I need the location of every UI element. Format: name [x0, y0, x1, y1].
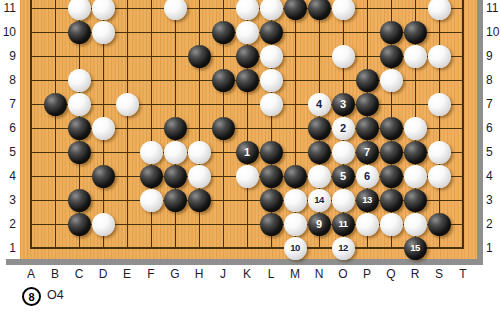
stone-C3: [68, 189, 91, 212]
stone-Q5: [380, 141, 403, 164]
move-number-6: 6: [364, 171, 370, 182]
stone-J8: [212, 69, 235, 92]
col-label-L: L: [262, 267, 280, 281]
stone-N2: 9: [308, 213, 331, 236]
stone-L8: [260, 69, 283, 92]
go-diagram: 11111010998877665544332211ABCDEFGHJKLMNO…: [0, 0, 500, 321]
stone-D11: [92, 0, 115, 20]
grid-line-col-T: [462, 0, 464, 249]
col-label-F: F: [142, 267, 160, 281]
stone-Q3: [380, 189, 403, 212]
stone-P2: [356, 213, 379, 236]
stone-L11: [260, 0, 283, 20]
stone-N6: [308, 117, 331, 140]
row-label-right-6: 6: [486, 121, 500, 135]
row-label-left-3: 3: [0, 193, 16, 207]
move-number-13: 13: [362, 195, 372, 205]
stone-H4: [188, 165, 211, 188]
grid-line-col-E: [127, 0, 128, 249]
stone-P3: 13: [356, 189, 379, 212]
col-label-E: E: [118, 267, 136, 281]
row-label-right-4: 4: [486, 169, 500, 183]
stone-C2: [68, 213, 91, 236]
move-number-5: 5: [340, 171, 346, 182]
row-label-right-1: 1: [486, 241, 500, 255]
stone-N3: 14: [308, 189, 331, 212]
row-label-left-2: 2: [0, 217, 16, 231]
stone-O9: [332, 45, 355, 68]
stone-L5: [260, 141, 283, 164]
row-label-right-5: 5: [486, 145, 500, 159]
col-label-M: M: [286, 267, 304, 281]
grid-line-col-F: [151, 0, 152, 249]
stone-O4: 5: [332, 165, 355, 188]
row-label-left-5: 5: [0, 145, 16, 159]
stone-C8: [68, 69, 91, 92]
stone-R4: [404, 165, 427, 188]
row-label-right-10: 10: [486, 25, 500, 39]
col-label-C: C: [70, 267, 88, 281]
col-label-B: B: [46, 267, 64, 281]
stone-S4: [428, 165, 451, 188]
row-label-right-11: 11: [486, 1, 500, 15]
stone-O7: 3: [332, 93, 355, 116]
stone-C6: [68, 117, 91, 140]
stone-O6: 2: [332, 117, 355, 140]
stone-H9: [188, 45, 211, 68]
row-label-left-11: 11: [0, 1, 16, 15]
stone-N5: [308, 141, 331, 164]
row-label-right-3: 3: [486, 193, 500, 207]
stone-G5: [164, 141, 187, 164]
col-label-J: J: [214, 267, 232, 281]
grid-line-col-M: [295, 0, 296, 249]
stone-B7: [44, 93, 67, 116]
col-label-Q: Q: [382, 267, 400, 281]
move-number-4: 4: [316, 99, 322, 110]
stone-C11: [68, 0, 91, 20]
grid-line-col-H: [199, 0, 200, 249]
stone-K8: [236, 69, 259, 92]
stone-H3: [188, 189, 211, 212]
white-move-8-marker: 8: [22, 287, 41, 306]
move-number-15: 15: [410, 243, 420, 253]
grid-line-col-S: [439, 0, 440, 249]
stone-S11: [428, 0, 451, 20]
stone-D2: [92, 213, 115, 236]
move-number-14: 14: [314, 195, 324, 205]
grid-line-col-A: [30, 0, 32, 249]
col-label-R: R: [406, 267, 424, 281]
stone-K4: [236, 165, 259, 188]
move-number-12: 12: [338, 243, 348, 253]
stone-G6: [164, 117, 187, 140]
stone-J6: [212, 117, 235, 140]
stone-R5: [404, 141, 427, 164]
move-number-10: 10: [290, 243, 300, 253]
stone-G4: [164, 165, 187, 188]
row-label-right-2: 2: [486, 217, 500, 231]
stone-L7: [260, 93, 283, 116]
stone-Q4: [380, 165, 403, 188]
stone-N7: 4: [308, 93, 331, 116]
stone-P5: 7: [356, 141, 379, 164]
col-label-N: N: [310, 267, 328, 281]
stone-R9: [404, 45, 427, 68]
stone-L4: [260, 165, 283, 188]
row-label-left-8: 8: [0, 73, 16, 87]
stone-O3: [332, 189, 355, 212]
stone-S5: [428, 141, 451, 164]
stone-D6: [92, 117, 115, 140]
row-label-left-1: 1: [0, 241, 16, 255]
stone-L3: [260, 189, 283, 212]
col-label-P: P: [358, 267, 376, 281]
stone-P7: [356, 93, 379, 116]
stone-F5: [140, 141, 163, 164]
grid-line-col-B: [55, 0, 56, 249]
stone-K11: [236, 0, 259, 20]
stone-H5: [188, 141, 211, 164]
stone-F3: [140, 189, 163, 212]
stone-M11: [284, 0, 307, 20]
move-number-3: 3: [340, 99, 346, 110]
stone-E7: [116, 93, 139, 116]
stone-O1: 12: [332, 237, 355, 260]
footnote-move-number: 8: [28, 291, 34, 303]
col-label-T: T: [454, 267, 472, 281]
col-label-H: H: [190, 267, 208, 281]
stone-O2: 11: [332, 213, 355, 236]
move-footnote: 8 O4: [0, 285, 500, 309]
stone-D10: [92, 21, 115, 44]
move-number-7: 7: [364, 147, 370, 158]
stone-R2: [404, 213, 427, 236]
stone-L10: [260, 21, 283, 44]
stone-G3: [164, 189, 187, 212]
col-label-D: D: [94, 267, 112, 281]
row-label-right-8: 8: [486, 73, 500, 87]
stone-Q8: [380, 69, 403, 92]
stone-M1: 10: [284, 237, 307, 260]
col-label-S: S: [430, 267, 448, 281]
stone-R1: 15: [404, 237, 427, 260]
col-label-O: O: [334, 267, 352, 281]
stone-F4: [140, 165, 163, 188]
stone-L2: [260, 213, 283, 236]
col-label-K: K: [238, 267, 256, 281]
stone-J10: [212, 21, 235, 44]
stone-Q10: [380, 21, 403, 44]
stone-Q2: [380, 213, 403, 236]
stone-R6: [404, 117, 427, 140]
board-shadow-right: [477, 0, 483, 265]
stone-N11: [308, 0, 331, 20]
stone-Q6: [380, 117, 403, 140]
stone-D4: [92, 165, 115, 188]
row-label-left-10: 10: [0, 25, 16, 39]
stone-Q9: [380, 45, 403, 68]
row-label-left-4: 4: [0, 169, 16, 183]
grid-line-row-1: [30, 247, 464, 249]
board-shadow-bottom: [6, 259, 483, 265]
col-label-A: A: [22, 267, 40, 281]
stone-R10: [404, 21, 427, 44]
move-number-1: 1: [244, 147, 250, 158]
stone-G11: [164, 0, 187, 20]
stone-K10: [236, 21, 259, 44]
stone-M2: [284, 213, 307, 236]
stone-N4: [308, 165, 331, 188]
stone-C10: [68, 21, 91, 44]
row-label-left-7: 7: [0, 97, 16, 111]
row-label-right-9: 9: [486, 49, 500, 63]
stone-S7: [428, 93, 451, 116]
stone-C7: [68, 93, 91, 116]
col-label-G: G: [166, 267, 184, 281]
stone-P4: 6: [356, 165, 379, 188]
stone-P8: [356, 69, 379, 92]
move-number-9: 9: [316, 219, 322, 230]
stone-S2: [428, 213, 451, 236]
footnote-location: O4: [47, 288, 64, 302]
row-label-left-6: 6: [0, 121, 16, 135]
stone-L9: [260, 45, 283, 68]
stone-P6: [356, 117, 379, 140]
grid-line-row-7: [30, 104, 464, 105]
move-number-2: 2: [340, 123, 346, 134]
stone-R3: [404, 189, 427, 212]
stone-M4: [284, 165, 307, 188]
stone-M3: [284, 189, 307, 212]
row-label-left-9: 9: [0, 49, 16, 63]
row-label-right-7: 7: [486, 97, 500, 111]
move-number-11: 11: [338, 219, 347, 229]
stone-S9: [428, 45, 451, 68]
stone-O11: [332, 0, 355, 20]
stone-O5: [332, 141, 355, 164]
stone-K9: [236, 45, 259, 68]
stone-C5: [68, 141, 91, 164]
stone-K5: 1: [236, 141, 259, 164]
